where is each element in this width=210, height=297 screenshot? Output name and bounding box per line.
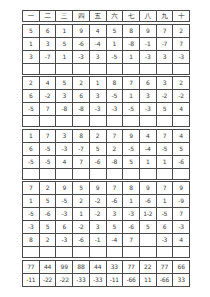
grid-cell: -5 [40, 143, 57, 156]
answer-cell [40, 247, 57, 258]
grid-cell: 6 [23, 143, 40, 156]
grid-cell: 7 [40, 103, 57, 116]
grid-cell: -22 [40, 274, 57, 287]
grid-cell: 1 [23, 130, 40, 143]
grid-cell: 6 [40, 25, 57, 38]
grid-cell: 5 [73, 182, 90, 195]
grid-cell: -2 [157, 90, 174, 103]
answer-cell [173, 116, 190, 127]
answer-cell [173, 64, 190, 75]
grid-cell: 9 [123, 130, 140, 143]
grid-cell: -3 [140, 103, 157, 116]
grid-cell: -3 [56, 143, 73, 156]
grid-cell: 5 [157, 103, 174, 116]
grid-cell: -66 [123, 274, 140, 287]
grid-cell: -8 [73, 103, 90, 116]
grid-cell: -5 [23, 208, 40, 221]
grid-cell: 3 [56, 130, 73, 143]
grid-cell: -6 [107, 195, 124, 208]
grid-cell: -6 [173, 156, 190, 169]
grid-cell: 1 [123, 51, 140, 64]
grid-cell: -11 [23, 274, 40, 287]
grid-cell: 88 [73, 261, 90, 274]
column-header-cell: 二 [40, 11, 57, 22]
grid-cell: -2 [40, 90, 57, 103]
grid-cell: 7 [157, 25, 174, 38]
answer-cell [73, 64, 90, 75]
worksheet-page: 一二三四五六七八九十5619458972135-6-41-8-1-773-71-… [0, 0, 210, 297]
column-header-cell: 一 [23, 11, 40, 22]
grid-cell: -5 [23, 156, 40, 169]
answer-cell [90, 169, 107, 180]
grid-cell: 1 [157, 156, 174, 169]
answer-cell [123, 116, 140, 127]
grid-cell: -3 [56, 208, 73, 221]
answer-cell [123, 64, 140, 75]
grid-cell: 2 [90, 130, 107, 143]
grid-cell: 6 [73, 90, 90, 103]
grid-cell: -2 [90, 195, 107, 208]
grid-cell: 9 [73, 25, 90, 38]
grid-cell: -3 [90, 103, 107, 116]
answer-cell [123, 169, 140, 180]
answer-cell [140, 116, 157, 127]
group-block: 77449988443377227766-11-22-22-33-33-11-6… [22, 260, 190, 287]
grid-cell: -9 [173, 195, 190, 208]
grid-cell: 1 [123, 90, 140, 103]
group-block: 5619458972135-6-41-8-1-773-71-33-51-33-3 [22, 24, 190, 75]
answer-cell [40, 64, 57, 75]
answer-cell [40, 169, 57, 180]
grid-cell: 1-2 [140, 208, 157, 221]
grid-cell: 8 [107, 77, 124, 90]
grid-cell: 77 [157, 261, 174, 274]
grid-cell: 5 [107, 221, 124, 234]
grid-cell: -2 [90, 208, 107, 221]
column-header-cell: 五 [90, 11, 107, 22]
answer-cell [56, 247, 73, 258]
answer-cell [107, 64, 124, 75]
grid-cell: -8 [107, 156, 124, 169]
grid-cell: 7 [107, 182, 124, 195]
grid-cell: -33 [73, 274, 90, 287]
grid-cell: 99 [56, 261, 73, 274]
grid-cell: -5 [123, 103, 140, 116]
grid-cell: 5 [107, 25, 124, 38]
grid-cell: 5 [40, 195, 57, 208]
grid-cell: -8 [56, 103, 73, 116]
grid-cell: -6 [123, 221, 140, 234]
grid-cell: -1 [140, 38, 157, 51]
grid-cell: -33 [90, 274, 107, 287]
grid-cell: -22 [56, 274, 73, 287]
grid-cell: 5 [173, 143, 190, 156]
grid-cell: 5 [23, 25, 40, 38]
worksheet-grid: 一二三四五六七八九十5619458972135-6-41-8-1-773-71-… [22, 10, 190, 287]
grid-cell: 7 [73, 156, 90, 169]
answer-cell [157, 247, 174, 258]
grid-cell: 3 [140, 90, 157, 103]
grid-cell: -7 [40, 51, 57, 64]
grid-cell: 5 [56, 77, 73, 90]
grid-cell: 77 [123, 261, 140, 274]
grid-cell: -3 [157, 234, 174, 247]
answer-cell [73, 247, 90, 258]
column-header-cell: 十 [173, 11, 190, 22]
grid-cell: -6 [140, 195, 157, 208]
group-block: 一二三四五六七八九十 [22, 10, 190, 22]
grid-cell: 7 [123, 77, 140, 90]
answer-cell [107, 116, 124, 127]
grid-cell: 5 [140, 221, 157, 234]
grid-cell: -2 [73, 221, 90, 234]
answer-cell [23, 64, 40, 75]
grid-cell: 7 [23, 182, 40, 195]
grid-cell: 8 [123, 25, 140, 38]
answer-cell [140, 64, 157, 75]
grid-cell: 1 [56, 51, 73, 64]
grid-cell: 1 [56, 25, 73, 38]
grid-cell: -6 [40, 208, 57, 221]
column-header-cell: 八 [140, 11, 157, 22]
grid-cell: 66 [173, 261, 190, 274]
grid-cell: 44 [90, 261, 107, 274]
answer-cell [173, 169, 190, 180]
grid-cell: -5 [40, 156, 57, 169]
grid-cell: 2 [23, 77, 40, 90]
grid-cell: -11 [107, 274, 124, 287]
grid-cell: 1 [107, 38, 124, 51]
answer-cell [73, 116, 90, 127]
grid-cell: -5 [23, 103, 40, 116]
grid-cell: 1 [23, 195, 40, 208]
grid-cell: 3 [90, 221, 107, 234]
grid-cell: 8 [73, 130, 90, 143]
grid-cell: 9 [173, 182, 190, 195]
answer-cell [40, 116, 57, 127]
grid-cell: 6 [56, 221, 73, 234]
grid-cell: 7 [173, 208, 190, 221]
grid-cell: 2 [73, 195, 90, 208]
grid-cell: 7 [157, 130, 174, 143]
grid-cell: 4 [140, 130, 157, 143]
grid-cell: 8 [23, 234, 40, 247]
grid-cell: 2 [107, 143, 124, 156]
answer-cell [23, 247, 40, 258]
grid-cell: 7 [173, 38, 190, 51]
grid-cell: 5 [56, 38, 73, 51]
answer-cell [123, 247, 140, 258]
grid-cell: 3 [56, 90, 73, 103]
grid-cell: 5 [40, 221, 57, 234]
answer-cell [107, 169, 124, 180]
answer-cell [157, 169, 174, 180]
column-header-cell: 六 [107, 11, 124, 22]
grid-cell: 1 [23, 38, 40, 51]
grid-cell: 11 [140, 274, 157, 287]
group-block: 24521876326-2363-513-2-2-57-8-8-3-3-5-35… [22, 76, 190, 127]
answer-cell [23, 116, 40, 127]
answer-cell [140, 247, 157, 258]
grid-cell: 77 [23, 261, 40, 274]
grid-cell: 2 [73, 77, 90, 90]
grid-cell: 4 [173, 103, 190, 116]
grid-cell: 5 [90, 143, 107, 156]
grid-cell: -66 [157, 274, 174, 287]
grid-cell: 3 [90, 90, 107, 103]
grid-cell: -3 [140, 51, 157, 64]
grid-cell: -5 [107, 90, 124, 103]
grid-cell: 4 [56, 156, 73, 169]
grid-cell: -5 [157, 208, 174, 221]
grid-cell: 1 [157, 195, 174, 208]
grid-cell: -3 [173, 221, 190, 234]
grid-cell: 7 [40, 130, 57, 143]
grid-cell: -3 [123, 208, 140, 221]
grid-cell: -5 [157, 143, 174, 156]
answer-cell [90, 64, 107, 75]
grid-cell: -3 [173, 51, 190, 64]
grid-cell: 6 [23, 90, 40, 103]
grid-cell: 8 [123, 182, 140, 195]
grid-cell: -6 [73, 234, 90, 247]
grid-cell: 1 [90, 77, 107, 90]
grid-cell: -7 [157, 38, 174, 51]
answer-cell [56, 116, 73, 127]
grid-cell: -5 [107, 51, 124, 64]
grid-cell: -5 [56, 195, 73, 208]
grid-cell: 2 [40, 182, 57, 195]
grid-cell: -7 [73, 143, 90, 156]
grid-cell: -1 [90, 234, 107, 247]
grid-cell: 6 [140, 77, 157, 90]
answer-cell [56, 169, 73, 180]
answer-cell [90, 116, 107, 127]
grid-cell: -8 [123, 38, 140, 51]
grid-cell: 3 [90, 51, 107, 64]
answer-cell [173, 247, 190, 258]
grid-cell: -3 [73, 51, 90, 64]
column-header-cell: 三 [56, 11, 73, 22]
grid-cell: 1 [73, 208, 90, 221]
grid-cell: 7 [123, 234, 140, 247]
grid-cell: 9 [140, 182, 157, 195]
grid-cell: -4 [107, 234, 124, 247]
grid-cell: -3 [23, 221, 40, 234]
grid-cell [140, 234, 157, 247]
grid-cell: 1 [123, 195, 140, 208]
grid-cell: 2 [40, 234, 57, 247]
grid-cell: -3 [107, 103, 124, 116]
answer-cell [90, 247, 107, 258]
grid-cell: 3 [23, 51, 40, 64]
answer-cell [107, 247, 124, 258]
grid-cell: 4 [173, 130, 190, 143]
column-header-cell: 四 [73, 11, 90, 22]
grid-cell: 9 [90, 182, 107, 195]
group-block: 17382794746-5-3-752-5-4-55-5-547-6-8511-… [22, 129, 190, 180]
grid-cell: -6 [90, 156, 107, 169]
grid-cell: -4 [140, 143, 157, 156]
grid-cell: -4 [90, 38, 107, 51]
grid-cell: 22 [140, 261, 157, 274]
grid-cell: 5 [123, 156, 140, 169]
grid-cell: -3 [56, 234, 73, 247]
grid-cell: 3 [157, 77, 174, 90]
grid-cell: 2 [173, 77, 190, 90]
grid-cell: 1 [140, 156, 157, 169]
answer-cell [140, 169, 157, 180]
grid-cell: 3 [40, 38, 57, 51]
grid-cell: -2 [173, 90, 190, 103]
answer-cell [56, 64, 73, 75]
grid-cell: 3 [157, 51, 174, 64]
group-block: 729597897915-52-2-61-61-9-5-6-31-23-31-2… [22, 181, 190, 258]
grid-cell: 4 [40, 77, 57, 90]
grid-cell: 44 [40, 261, 57, 274]
column-header-cell: 七 [123, 11, 140, 22]
grid-cell: 3 [107, 208, 124, 221]
grid-cell: 33 [107, 261, 124, 274]
answer-cell [73, 169, 90, 180]
column-header-cell: 九 [157, 11, 174, 22]
grid-cell: 33 [173, 274, 190, 287]
grid-cell: -6 [73, 38, 90, 51]
grid-cell: -5 [123, 143, 140, 156]
grid-cell: 2 [173, 25, 190, 38]
grid-cell: 6 [157, 221, 174, 234]
grid-cell: 9 [56, 182, 73, 195]
grid-cell: 4 [173, 234, 190, 247]
answer-cell [157, 64, 174, 75]
grid-cell: 9 [140, 25, 157, 38]
grid-cell: 7 [107, 130, 124, 143]
answer-cell [157, 116, 174, 127]
grid-cell: 4 [90, 25, 107, 38]
answer-cell [23, 169, 40, 180]
grid-cell: 7 [157, 182, 174, 195]
